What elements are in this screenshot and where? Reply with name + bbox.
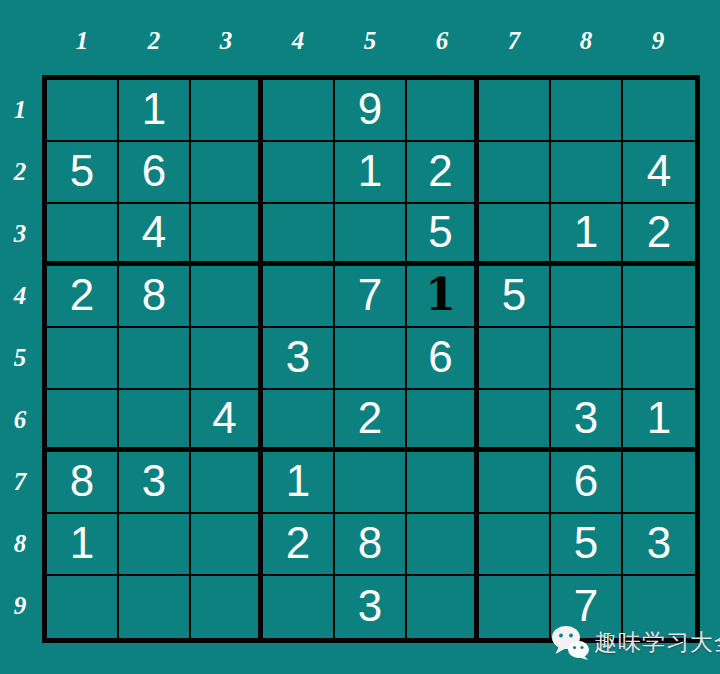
column-label-3: 3 bbox=[190, 24, 262, 58]
cell-r8c4[interactable]: 2 bbox=[263, 514, 335, 576]
cell-r7c3[interactable] bbox=[191, 452, 263, 514]
cell-r6c7[interactable] bbox=[479, 390, 551, 452]
cell-r2c1[interactable]: 5 bbox=[47, 142, 119, 204]
cell-r2c9[interactable]: 4 bbox=[623, 142, 695, 204]
column-label-5: 5 bbox=[334, 24, 406, 58]
cell-r6c6[interactable] bbox=[407, 390, 479, 452]
cell-r4c6[interactable]: 1 bbox=[407, 266, 479, 328]
cell-r1c5[interactable]: 9 bbox=[335, 80, 407, 142]
row-label-5: 5 bbox=[0, 327, 40, 389]
cell-r3c3[interactable] bbox=[191, 204, 263, 266]
cell-r5c8[interactable] bbox=[551, 328, 623, 390]
cell-r8c9[interactable]: 3 bbox=[623, 514, 695, 576]
cell-r8c7[interactable] bbox=[479, 514, 551, 576]
column-label-7: 7 bbox=[478, 24, 550, 58]
cell-r4c3[interactable] bbox=[191, 266, 263, 328]
cell-r1c3[interactable] bbox=[191, 80, 263, 142]
cell-r6c5[interactable]: 2 bbox=[335, 390, 407, 452]
cell-r1c1[interactable] bbox=[47, 80, 119, 142]
cell-r2c7[interactable] bbox=[479, 142, 551, 204]
cell-r5c6[interactable]: 6 bbox=[407, 328, 479, 390]
cell-r1c2[interactable]: 1 bbox=[119, 80, 191, 142]
cell-r7c8[interactable]: 6 bbox=[551, 452, 623, 514]
cell-r7c7[interactable] bbox=[479, 452, 551, 514]
cell-r2c2[interactable]: 6 bbox=[119, 142, 191, 204]
cell-r8c3[interactable] bbox=[191, 514, 263, 576]
cell-r4c9[interactable] bbox=[623, 266, 695, 328]
cell-r4c2[interactable]: 8 bbox=[119, 266, 191, 328]
cell-r5c2[interactable] bbox=[119, 328, 191, 390]
cell-r9c2[interactable] bbox=[119, 576, 191, 638]
sudoku-page: 123456789 123456789 19561244512287153642… bbox=[0, 0, 720, 674]
cell-r8c6[interactable] bbox=[407, 514, 479, 576]
cell-r7c1[interactable]: 8 bbox=[47, 452, 119, 514]
cell-r9c4[interactable] bbox=[263, 576, 335, 638]
cell-r5c5[interactable] bbox=[335, 328, 407, 390]
cell-r6c8[interactable]: 3 bbox=[551, 390, 623, 452]
cell-r7c6[interactable] bbox=[407, 452, 479, 514]
cell-r3c5[interactable] bbox=[335, 204, 407, 266]
column-label-6: 6 bbox=[406, 24, 478, 58]
cell-r9c1[interactable] bbox=[47, 576, 119, 638]
cell-r1c6[interactable] bbox=[407, 80, 479, 142]
cell-r5c4[interactable]: 3 bbox=[263, 328, 335, 390]
cell-r6c2[interactable] bbox=[119, 390, 191, 452]
cell-r3c2[interactable]: 4 bbox=[119, 204, 191, 266]
cell-r2c3[interactable] bbox=[191, 142, 263, 204]
cell-r7c5[interactable] bbox=[335, 452, 407, 514]
cell-r5c1[interactable] bbox=[47, 328, 119, 390]
cell-r8c5[interactable]: 8 bbox=[335, 514, 407, 576]
wechat-icon bbox=[550, 624, 594, 660]
cell-r5c3[interactable] bbox=[191, 328, 263, 390]
cell-r7c2[interactable]: 3 bbox=[119, 452, 191, 514]
cell-r6c3[interactable]: 4 bbox=[191, 390, 263, 452]
row-label-2: 2 bbox=[0, 141, 40, 203]
column-labels: 123456789 bbox=[46, 24, 694, 58]
cell-r9c7[interactable] bbox=[479, 576, 551, 638]
cell-r1c7[interactable] bbox=[479, 80, 551, 142]
cell-r8c8[interactable]: 5 bbox=[551, 514, 623, 576]
cell-r9c5[interactable]: 3 bbox=[335, 576, 407, 638]
row-label-8: 8 bbox=[0, 513, 40, 575]
cell-r9c3[interactable] bbox=[191, 576, 263, 638]
row-label-1: 1 bbox=[0, 79, 40, 141]
cell-r6c1[interactable] bbox=[47, 390, 119, 452]
column-label-1: 1 bbox=[46, 24, 118, 58]
row-label-4: 4 bbox=[0, 265, 40, 327]
cell-r4c5[interactable]: 7 bbox=[335, 266, 407, 328]
column-label-9: 9 bbox=[622, 24, 694, 58]
sudoku-board: 195612445122871536423183161285337 bbox=[42, 75, 700, 643]
cell-r7c4[interactable]: 1 bbox=[263, 452, 335, 514]
cell-r4c8[interactable] bbox=[551, 266, 623, 328]
cell-r6c4[interactable] bbox=[263, 390, 335, 452]
cell-r5c9[interactable] bbox=[623, 328, 695, 390]
cell-r2c6[interactable]: 2 bbox=[407, 142, 479, 204]
column-label-4: 4 bbox=[262, 24, 334, 58]
cell-r3c8[interactable]: 1 bbox=[551, 204, 623, 266]
cell-r2c4[interactable] bbox=[263, 142, 335, 204]
cell-r1c8[interactable] bbox=[551, 80, 623, 142]
row-label-3: 3 bbox=[0, 203, 40, 265]
column-label-2: 2 bbox=[118, 24, 190, 58]
cell-r4c4[interactable] bbox=[263, 266, 335, 328]
cell-r1c4[interactable] bbox=[263, 80, 335, 142]
cell-r4c7[interactable]: 5 bbox=[479, 266, 551, 328]
row-label-9: 9 bbox=[0, 575, 40, 637]
cell-r3c6[interactable]: 5 bbox=[407, 204, 479, 266]
cell-r2c5[interactable]: 1 bbox=[335, 142, 407, 204]
cell-r1c9[interactable] bbox=[623, 80, 695, 142]
cell-r2c8[interactable] bbox=[551, 142, 623, 204]
cell-r5c7[interactable] bbox=[479, 328, 551, 390]
cell-r6c9[interactable]: 1 bbox=[623, 390, 695, 452]
cell-r9c6[interactable] bbox=[407, 576, 479, 638]
cell-r3c4[interactable] bbox=[263, 204, 335, 266]
watermark: 趣味学习大全 bbox=[550, 624, 720, 660]
row-label-6: 6 bbox=[0, 389, 40, 451]
row-labels: 123456789 bbox=[0, 79, 40, 637]
cell-r8c1[interactable]: 1 bbox=[47, 514, 119, 576]
row-label-7: 7 bbox=[0, 451, 40, 513]
watermark-text: 趣味学习大全 bbox=[594, 627, 720, 658]
cell-r3c9[interactable]: 2 bbox=[623, 204, 695, 266]
cell-r4c1[interactable]: 2 bbox=[47, 266, 119, 328]
column-label-8: 8 bbox=[550, 24, 622, 58]
cell-r8c2[interactable] bbox=[119, 514, 191, 576]
cell-r3c7[interactable] bbox=[479, 204, 551, 266]
cell-r7c9[interactable] bbox=[623, 452, 695, 514]
cell-r3c1[interactable] bbox=[47, 204, 119, 266]
